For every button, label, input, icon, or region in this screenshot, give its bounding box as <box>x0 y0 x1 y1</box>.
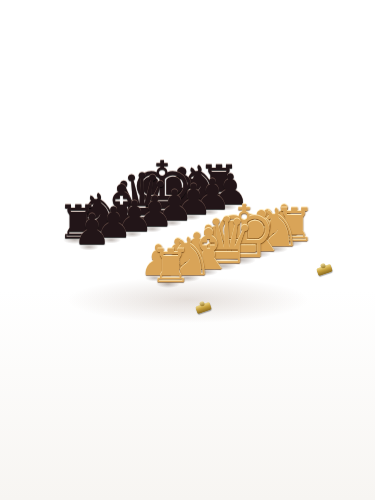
photo-stage: AA88BB77CC66DD55EE44FF33GG22HH11 ♜♞♝♛♚♝♞… <box>0 0 375 500</box>
piece-black-pawn-a7[interactable]: ♟ <box>73 209 111 251</box>
piece-white-rook-a1[interactable]: ♜ <box>150 243 191 289</box>
pieces-layer: ♜♞♝♛♚♝♞♜♟♟♟♟♟♟♟♟♟♟♟♟♟♟♟♟♜♞♝♛♚♝♞♜ <box>0 0 375 500</box>
